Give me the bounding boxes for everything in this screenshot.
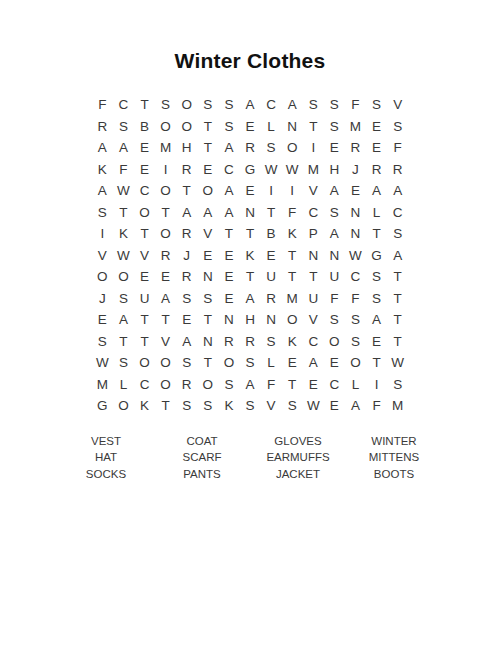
- grid-cell-r3c12: E: [324, 137, 345, 159]
- grid-cell-r2c14: E: [366, 116, 387, 138]
- grid-cell-r4c9: W: [261, 159, 282, 181]
- grid-cell-r6c7: A: [218, 202, 239, 224]
- grid-cell-r14c5: R: [176, 374, 197, 396]
- grid-cell-r5c10: I: [282, 180, 303, 202]
- grid-cell-r14c9: F: [261, 374, 282, 396]
- grid-cell-r1c6: S: [197, 94, 218, 116]
- word-item-vest: VEST: [58, 433, 154, 450]
- grid-cell-r7c3: T: [134, 223, 155, 245]
- grid-cell-r10c6: S: [197, 288, 218, 310]
- grid-cell-r15c5: S: [176, 395, 197, 417]
- grid-cell-r6c2: T: [113, 202, 134, 224]
- grid-cell-r14c11: E: [303, 374, 324, 396]
- grid-cell-r4c8: G: [239, 159, 260, 181]
- grid-cell-r8c7: E: [218, 245, 239, 267]
- grid-cell-r5c14: A: [366, 180, 387, 202]
- grid-cell-r13c8: S: [239, 352, 260, 374]
- word-item-boots: BOOTS: [346, 466, 442, 483]
- grid-cell-r3c1: A: [92, 137, 113, 159]
- grid-cell-r13c4: O: [155, 352, 176, 374]
- grid-cell-r4c12: H: [324, 159, 345, 181]
- grid-cell-r10c5: S: [176, 288, 197, 310]
- grid-cell-r15c11: W: [303, 395, 324, 417]
- grid-cell-r9c15: T: [387, 266, 408, 288]
- grid-cell-r12c10: K: [282, 331, 303, 353]
- grid-cell-r14c13: L: [345, 374, 366, 396]
- grid-cell-r7c13: N: [345, 223, 366, 245]
- grid-cell-r3c7: A: [218, 137, 239, 159]
- grid-cell-r9c5: R: [176, 266, 197, 288]
- grid-cell-r4c2: F: [113, 159, 134, 181]
- grid-cell-r14c10: T: [282, 374, 303, 396]
- grid-cell-r2c15: S: [387, 116, 408, 138]
- grid-cell-r1c5: O: [176, 94, 197, 116]
- grid-cell-r15c12: E: [324, 395, 345, 417]
- grid-cell-r2c3: B: [134, 116, 155, 138]
- grid-cell-r9c6: N: [197, 266, 218, 288]
- grid-cell-r11c14: A: [366, 309, 387, 331]
- grid-cell-r2c10: N: [282, 116, 303, 138]
- grid-cell-r5c13: E: [345, 180, 366, 202]
- grid-cell-r7c9: B: [261, 223, 282, 245]
- grid-cell-r4c3: E: [134, 159, 155, 181]
- grid-cell-r15c7: K: [218, 395, 239, 417]
- grid-cell-r15c13: A: [345, 395, 366, 417]
- grid-cell-r6c5: A: [176, 202, 197, 224]
- word-item-gloves: GLOVES: [250, 433, 346, 450]
- grid-cell-r12c8: R: [239, 331, 260, 353]
- grid-cell-r6c6: A: [197, 202, 218, 224]
- grid-cell-r6c9: T: [261, 202, 282, 224]
- grid-cell-r11c6: T: [197, 309, 218, 331]
- grid-cell-r12c14: E: [366, 331, 387, 353]
- grid-cell-r9c4: E: [155, 266, 176, 288]
- grid-cell-r11c7: N: [218, 309, 239, 331]
- grid-cell-r2c1: R: [92, 116, 113, 138]
- grid-cell-r4c5: R: [176, 159, 197, 181]
- grid-cell-r2c9: L: [261, 116, 282, 138]
- grid-cell-r5c11: V: [303, 180, 324, 202]
- grid-cell-r2c2: S: [113, 116, 134, 138]
- grid-cell-r2c13: M: [345, 116, 366, 138]
- grid-cell-r12c12: O: [324, 331, 345, 353]
- grid-cell-r11c15: T: [387, 309, 408, 331]
- grid-cell-r1c12: S: [324, 94, 345, 116]
- grid-cell-r1c13: F: [345, 94, 366, 116]
- grid-cell-r11c11: V: [303, 309, 324, 331]
- grid-cell-r6c13: N: [345, 202, 366, 224]
- grid-cell-r15c9: V: [261, 395, 282, 417]
- grid-cell-r3c6: T: [197, 137, 218, 159]
- grid-cell-r5c9: I: [261, 180, 282, 202]
- word-item-mittens: MITTENS: [346, 449, 442, 466]
- grid-cell-r6c15: C: [387, 202, 408, 224]
- grid-cell-r5c2: W: [113, 180, 134, 202]
- grid-cell-r8c10: T: [282, 245, 303, 267]
- grid-cell-r7c10: K: [282, 223, 303, 245]
- grid-cell-r8c4: R: [155, 245, 176, 267]
- grid-cell-r14c3: C: [134, 374, 155, 396]
- word-item-hat: HAT: [58, 449, 154, 466]
- grid-cell-r4c6: E: [197, 159, 218, 181]
- grid-cell-r15c8: S: [239, 395, 260, 417]
- grid-cell-r7c15: S: [387, 223, 408, 245]
- grid-cell-r15c1: G: [92, 395, 113, 417]
- grid-cell-r3c4: M: [155, 137, 176, 159]
- grid-cell-r11c13: S: [345, 309, 366, 331]
- grid-cell-r15c2: O: [113, 395, 134, 417]
- word-item-pants: PANTS: [154, 466, 250, 483]
- grid-cell-r8c14: G: [366, 245, 387, 267]
- grid-cell-r9c13: C: [345, 266, 366, 288]
- grid-cell-r15c15: M: [387, 395, 408, 417]
- grid-cell-r7c5: R: [176, 223, 197, 245]
- grid-cell-r11c5: E: [176, 309, 197, 331]
- grid-cell-r10c11: U: [303, 288, 324, 310]
- grid-cell-r7c1: I: [92, 223, 113, 245]
- grid-cell-r5c1: A: [92, 180, 113, 202]
- grid-cell-r14c12: C: [324, 374, 345, 396]
- word-item-scarf: SCARF: [154, 449, 250, 466]
- grid-cell-r11c10: O: [282, 309, 303, 331]
- grid-cell-r2c11: T: [303, 116, 324, 138]
- grid-cell-r2c12: S: [324, 116, 345, 138]
- grid-cell-r9c2: O: [113, 266, 134, 288]
- grid-cell-r8c2: W: [113, 245, 134, 267]
- letter-grid: FCTSOSSACASSFSVRSBOOTSELNTSMESAAEMHTARSO…: [0, 94, 500, 417]
- grid-cell-r7c6: V: [197, 223, 218, 245]
- word-item-earmuffs: EARMUFFS: [250, 449, 346, 466]
- grid-cell-r13c3: O: [134, 352, 155, 374]
- grid-cell-r4c14: R: [366, 159, 387, 181]
- grid-cell-r2c8: E: [239, 116, 260, 138]
- grid-cell-r5c8: E: [239, 180, 260, 202]
- grid-cell-r13c10: E: [282, 352, 303, 374]
- grid-cell-r7c14: T: [366, 223, 387, 245]
- grid-cell-r12c2: T: [113, 331, 134, 353]
- grid-cell-r7c2: K: [113, 223, 134, 245]
- grid-cell-r8c11: N: [303, 245, 324, 267]
- grid-cell-r3c15: F: [387, 137, 408, 159]
- grid-cell-r12c4: V: [155, 331, 176, 353]
- grid-cell-r15c10: S: [282, 395, 303, 417]
- grid-cell-r10c15: T: [387, 288, 408, 310]
- grid-cell-r1c3: T: [134, 94, 155, 116]
- grid-cell-r14c6: O: [197, 374, 218, 396]
- puzzle-title: Winter Clothes: [0, 48, 500, 74]
- grid-cell-r7c4: O: [155, 223, 176, 245]
- grid-cell-r4c7: C: [218, 159, 239, 181]
- word-list: VESTCOATGLOVESWINTERHATSCARFEARMUFFSMITT…: [58, 433, 442, 483]
- grid-cell-r13c1: W: [92, 352, 113, 374]
- grid-cell-r2c4: O: [155, 116, 176, 138]
- grid-cell-r6c1: S: [92, 202, 113, 224]
- grid-cell-r7c12: A: [324, 223, 345, 245]
- grid-cell-r4c4: I: [155, 159, 176, 181]
- grid-cell-r12c1: S: [92, 331, 113, 353]
- grid-cell-r11c8: H: [239, 309, 260, 331]
- grid-cell-r10c3: U: [134, 288, 155, 310]
- grid-cell-r14c7: S: [218, 374, 239, 396]
- grid-cell-r8c9: E: [261, 245, 282, 267]
- grid-cell-r4c1: K: [92, 159, 113, 181]
- grid-cell-r9c11: T: [303, 266, 324, 288]
- grid-cell-r11c12: S: [324, 309, 345, 331]
- grid-cell-r5c3: C: [134, 180, 155, 202]
- grid-cell-r9c10: T: [282, 266, 303, 288]
- grid-cell-r10c4: A: [155, 288, 176, 310]
- grid-cell-r11c3: T: [134, 309, 155, 331]
- grid-cell-r10c2: S: [113, 288, 134, 310]
- grid-cell-r7c8: T: [239, 223, 260, 245]
- grid-cell-r10c7: E: [218, 288, 239, 310]
- grid-cell-r1c15: V: [387, 94, 408, 116]
- grid-cell-r12c5: A: [176, 331, 197, 353]
- grid-cell-r3c3: E: [134, 137, 155, 159]
- grid-cell-r5c12: A: [324, 180, 345, 202]
- grid-cell-r13c13: O: [345, 352, 366, 374]
- grid-cell-r15c3: K: [134, 395, 155, 417]
- grid-cell-r3c13: R: [345, 137, 366, 159]
- grid-cell-r11c9: N: [261, 309, 282, 331]
- word-item-winter: WINTER: [346, 433, 442, 450]
- grid-cell-r12c15: T: [387, 331, 408, 353]
- grid-cell-r1c14: S: [366, 94, 387, 116]
- grid-cell-r5c15: A: [387, 180, 408, 202]
- grid-cell-r13c9: L: [261, 352, 282, 374]
- grid-cell-r2c5: O: [176, 116, 197, 138]
- grid-cell-r10c8: A: [239, 288, 260, 310]
- grid-cell-r6c10: F: [282, 202, 303, 224]
- word-item-jacket: JACKET: [250, 466, 346, 483]
- grid-cell-r1c4: S: [155, 94, 176, 116]
- grid-cell-r9c8: T: [239, 266, 260, 288]
- grid-cell-r13c7: O: [218, 352, 239, 374]
- grid-cell-r2c6: T: [197, 116, 218, 138]
- grid-cell-r11c2: A: [113, 309, 134, 331]
- grid-cell-r12c9: S: [261, 331, 282, 353]
- grid-cell-r14c15: S: [387, 374, 408, 396]
- grid-cell-r7c11: P: [303, 223, 324, 245]
- grid-cell-r11c1: E: [92, 309, 113, 331]
- grid-cell-r3c5: H: [176, 137, 197, 159]
- grid-cell-r14c14: I: [366, 374, 387, 396]
- grid-cell-r6c8: N: [239, 202, 260, 224]
- grid-cell-r14c2: L: [113, 374, 134, 396]
- grid-cell-r3c10: O: [282, 137, 303, 159]
- grid-cell-r13c6: T: [197, 352, 218, 374]
- grid-cell-r1c11: S: [303, 94, 324, 116]
- grid-cell-r9c9: U: [261, 266, 282, 288]
- grid-cell-r10c9: R: [261, 288, 282, 310]
- grid-cell-r9c1: O: [92, 266, 113, 288]
- grid-cell-r3c14: E: [366, 137, 387, 159]
- grid-cell-r4c15: R: [387, 159, 408, 181]
- grid-cell-r13c11: A: [303, 352, 324, 374]
- grid-cell-r14c8: A: [239, 374, 260, 396]
- grid-cell-r6c12: S: [324, 202, 345, 224]
- grid-cell-r1c10: A: [282, 94, 303, 116]
- grid-cell-r13c5: S: [176, 352, 197, 374]
- grid-cell-r8c3: V: [134, 245, 155, 267]
- grid-cell-r5c4: O: [155, 180, 176, 202]
- grid-cell-r4c13: J: [345, 159, 366, 181]
- grid-cell-r8c13: W: [345, 245, 366, 267]
- grid-cell-r5c5: T: [176, 180, 197, 202]
- grid-cell-r14c4: O: [155, 374, 176, 396]
- grid-cell-r12c3: T: [134, 331, 155, 353]
- grid-cell-r10c13: F: [345, 288, 366, 310]
- grid-cell-r12c11: C: [303, 331, 324, 353]
- grid-cell-r8c5: J: [176, 245, 197, 267]
- grid-cell-r5c7: A: [218, 180, 239, 202]
- grid-cell-r9c12: U: [324, 266, 345, 288]
- grid-cell-r3c11: I: [303, 137, 324, 159]
- grid-cell-r9c14: S: [366, 266, 387, 288]
- grid-cell-r12c13: S: [345, 331, 366, 353]
- grid-cell-r15c4: T: [155, 395, 176, 417]
- grid-cell-r8c1: V: [92, 245, 113, 267]
- grid-cell-r8c8: K: [239, 245, 260, 267]
- grid-cell-r15c14: F: [366, 395, 387, 417]
- grid-cell-r13c2: S: [113, 352, 134, 374]
- grid-cell-r8c12: N: [324, 245, 345, 267]
- grid-cell-r9c7: E: [218, 266, 239, 288]
- grid-cell-r12c6: N: [197, 331, 218, 353]
- grid-cell-r2c7: S: [218, 116, 239, 138]
- grid-cell-r4c11: M: [303, 159, 324, 181]
- grid-cell-r1c2: C: [113, 94, 134, 116]
- grid-cell-r6c4: T: [155, 202, 176, 224]
- grid-cell-r6c11: C: [303, 202, 324, 224]
- grid-cell-r1c1: F: [92, 94, 113, 116]
- grid-cell-r9c3: E: [134, 266, 155, 288]
- word-item-socks: SOCKS: [58, 466, 154, 483]
- grid-cell-r8c15: A: [387, 245, 408, 267]
- grid-cell-r6c3: O: [134, 202, 155, 224]
- grid-cell-r12c7: R: [218, 331, 239, 353]
- grid-cell-r10c12: F: [324, 288, 345, 310]
- grid-cell-r14c1: M: [92, 374, 113, 396]
- grid-cell-r3c8: R: [239, 137, 260, 159]
- grid-cell-r10c10: M: [282, 288, 303, 310]
- grid-cell-r1c9: C: [261, 94, 282, 116]
- word-search-page: Winter Clothes FCTSOSSACASSFSVRSBOOTSELN…: [0, 0, 500, 647]
- grid-cell-r13c12: E: [324, 352, 345, 374]
- grid-cell-r11c4: T: [155, 309, 176, 331]
- grid-cell-r13c15: W: [387, 352, 408, 374]
- grid-cell-r10c1: J: [92, 288, 113, 310]
- grid-cell-r3c2: A: [113, 137, 134, 159]
- grid-cell-r7c7: T: [218, 223, 239, 245]
- grid-cell-r1c8: A: [239, 94, 260, 116]
- grid-cell-r1c7: S: [218, 94, 239, 116]
- word-item-coat: COAT: [154, 433, 250, 450]
- grid-cell-r13c14: T: [366, 352, 387, 374]
- grid-cell-r15c6: S: [197, 395, 218, 417]
- grid-cell-r4c10: W: [282, 159, 303, 181]
- grid-cell-r10c14: S: [366, 288, 387, 310]
- grid-cell-r5c6: O: [197, 180, 218, 202]
- grid-cell-r6c14: L: [366, 202, 387, 224]
- grid-cell-r3c9: S: [261, 137, 282, 159]
- grid-cell-r8c6: E: [197, 245, 218, 267]
